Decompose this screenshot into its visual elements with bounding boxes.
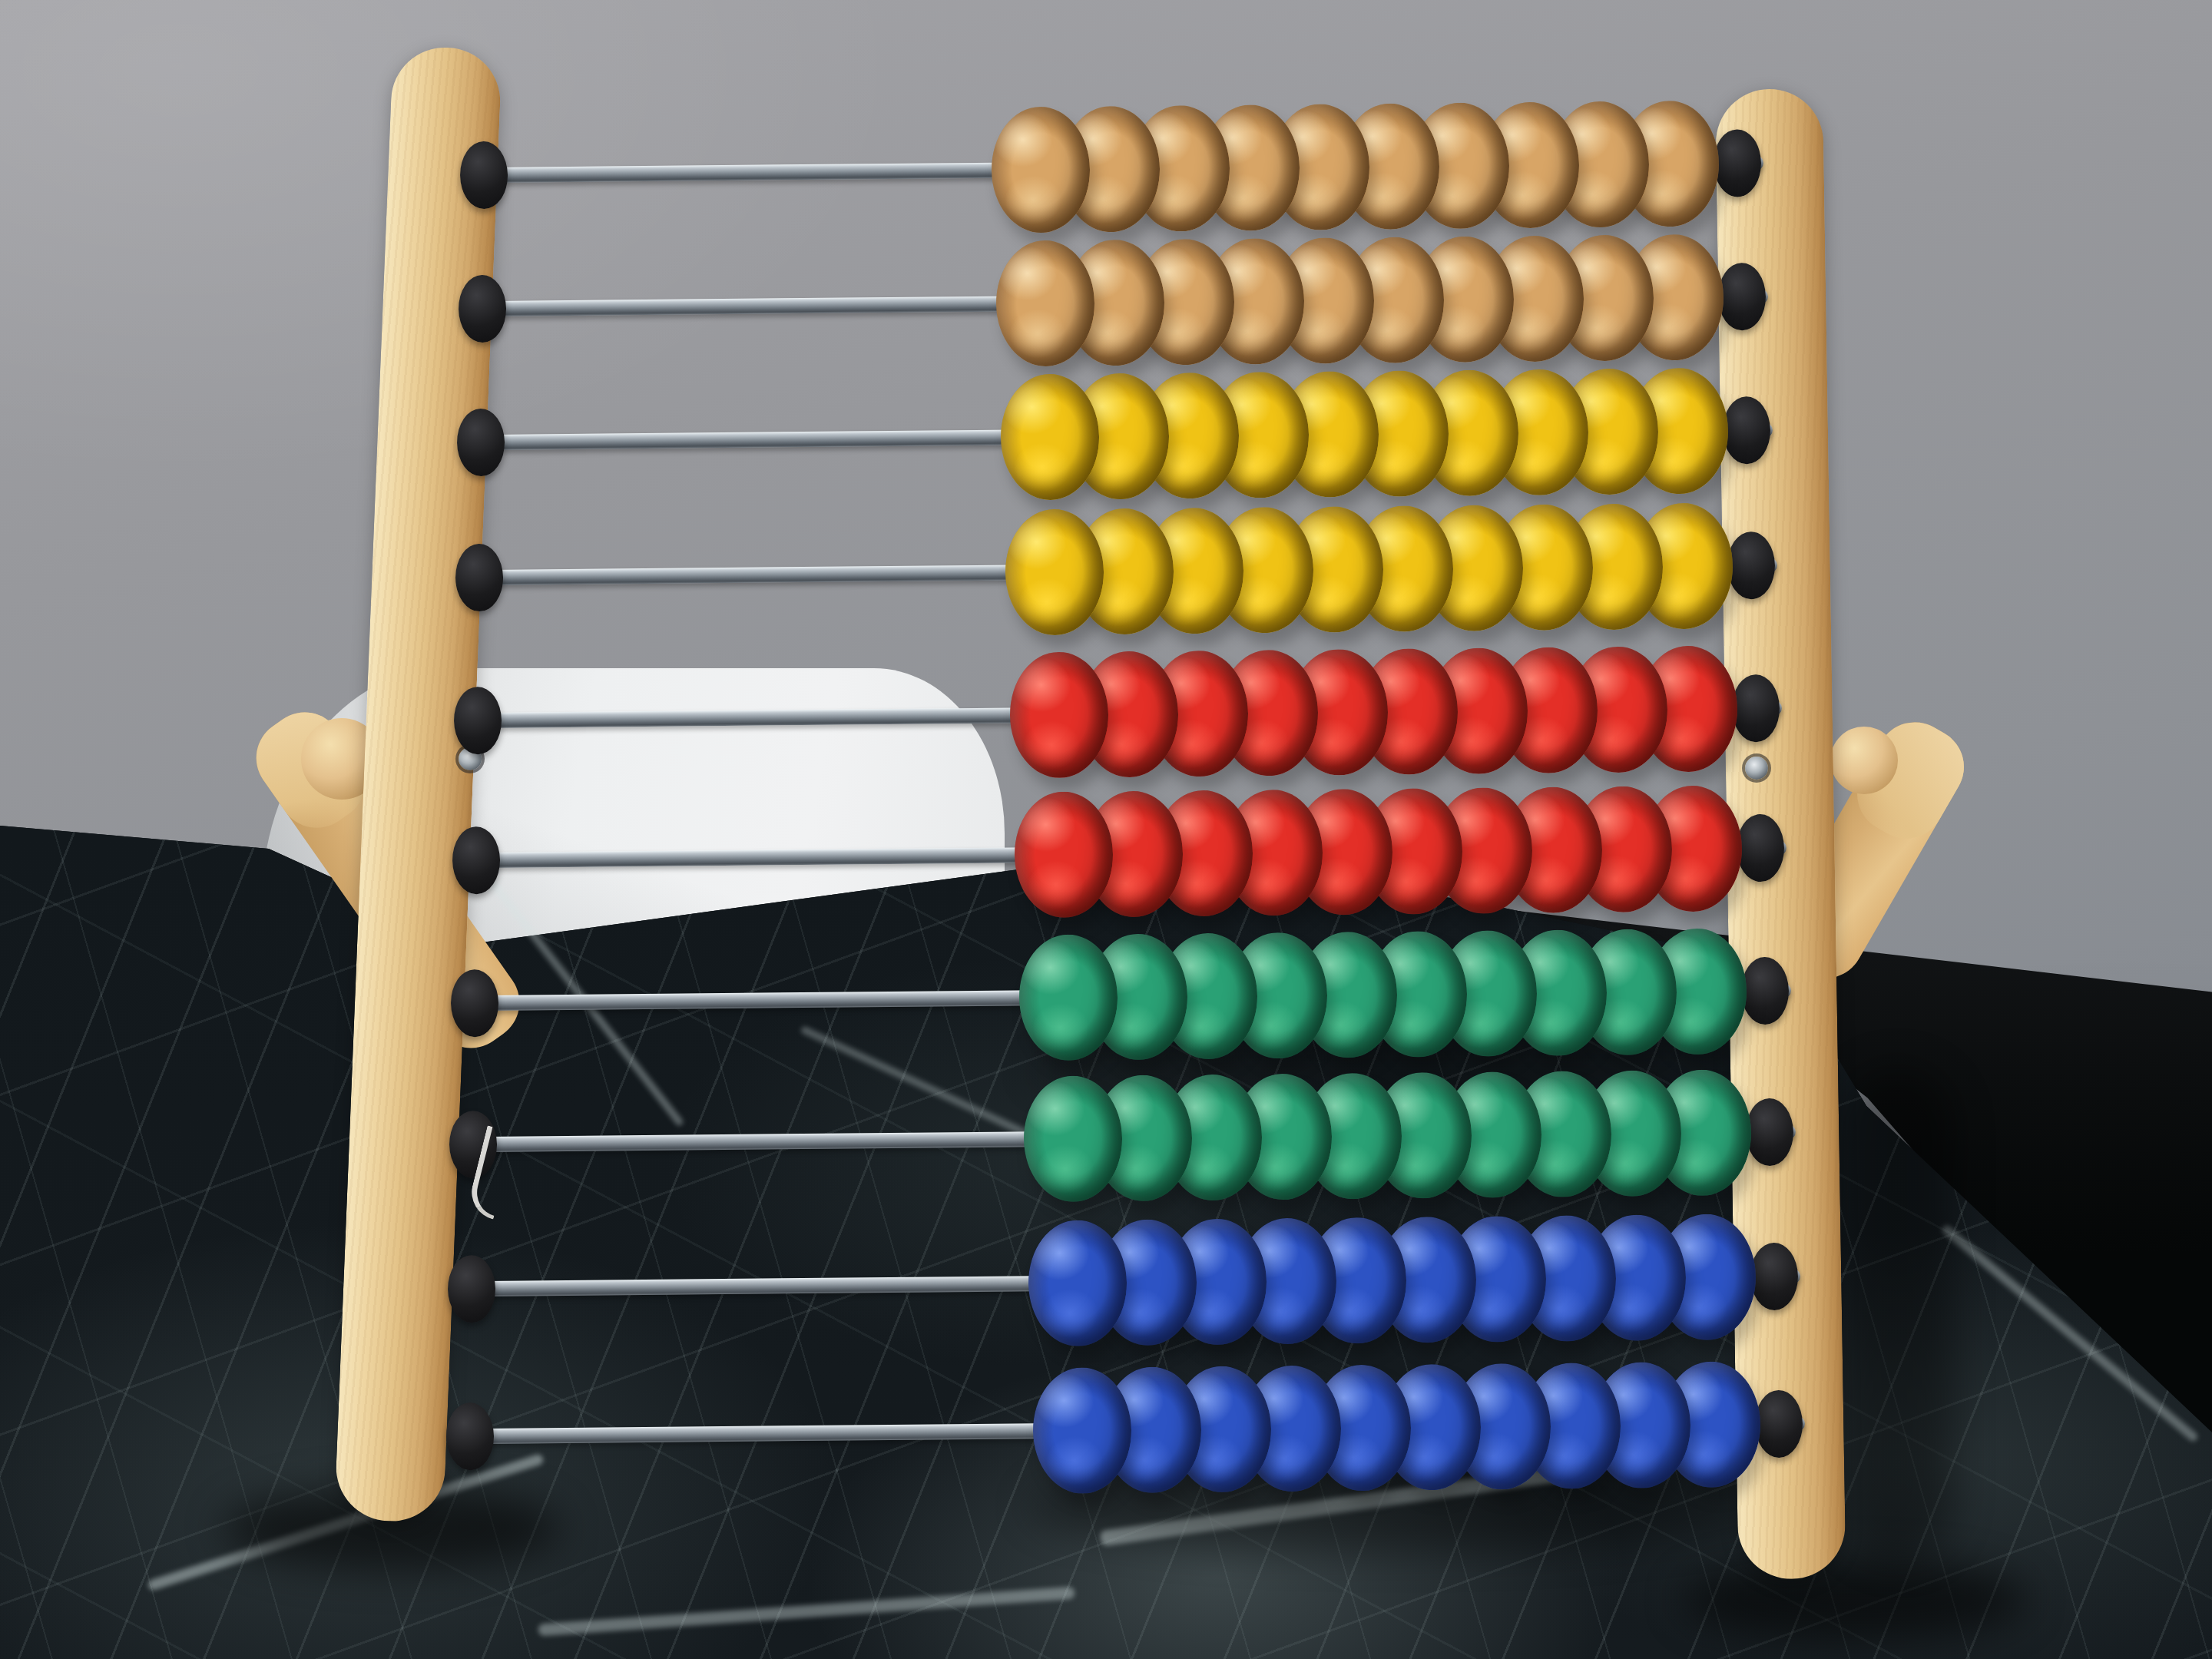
bead-stopper-right <box>1741 957 1790 1025</box>
bead-stopper-left <box>454 687 502 755</box>
bead-stopper-right <box>1732 674 1780 743</box>
bead-stopper-right <box>1727 531 1776 600</box>
bead-stopper-right <box>1723 396 1771 465</box>
bead-stopper-left <box>451 969 499 1038</box>
abacus-rod-row-2 <box>414 227 1844 379</box>
bead-natural <box>991 106 1091 233</box>
bead-red <box>1009 651 1109 778</box>
bead-stopper-left <box>448 1255 496 1323</box>
bead-red <box>1014 791 1114 918</box>
bead-natural <box>995 240 1095 366</box>
abacus-photo-scene <box>0 0 2212 1659</box>
bead-yellow <box>1005 508 1104 635</box>
abacus-rod-row-8 <box>414 1062 1844 1214</box>
abacus-rod-row-4 <box>414 495 1844 647</box>
bead-yellow <box>1000 373 1100 500</box>
bead-stopper-left <box>457 409 505 477</box>
bead-stopper-left <box>460 141 508 210</box>
bead-stopper-right <box>1718 263 1767 331</box>
bead-blue <box>1028 1220 1128 1346</box>
right-post-shadow <box>1682 1559 2028 1640</box>
abacus-rod-row-1 <box>414 93 1844 245</box>
bead-stopper-right <box>1755 1390 1803 1459</box>
bead-stopper-right <box>1750 1243 1799 1311</box>
bead-stopper-right <box>1737 814 1785 882</box>
abacus-rod-row-9 <box>414 1207 1844 1359</box>
abacus-rod-row-10 <box>414 1354 1844 1506</box>
bead-stopper-left <box>459 275 507 343</box>
bead-blue <box>1032 1367 1132 1494</box>
bead-stopper-right <box>1714 129 1762 197</box>
abacus-rod-row-6 <box>414 778 1844 930</box>
abacus-rod-row-7 <box>414 921 1844 1073</box>
abacus-rod-row-5 <box>414 638 1844 790</box>
bead-green <box>1023 1075 1123 1202</box>
abacus-rod-row-3 <box>414 360 1844 512</box>
bead-stopper-left <box>452 826 501 895</box>
bead-green <box>1018 934 1118 1061</box>
right-post-side-shadow <box>1839 1068 1955 1559</box>
bead-stopper-right <box>1746 1098 1794 1167</box>
bead-stopper-left <box>455 544 504 612</box>
bead-stopper-left <box>446 1402 495 1471</box>
